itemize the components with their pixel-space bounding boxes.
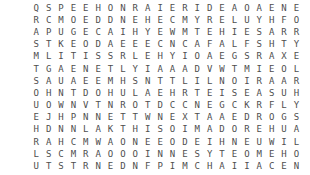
grid-cell-r10c2[interactable]: J bbox=[42, 112, 54, 124]
grid-cell-r11c9[interactable]: H bbox=[129, 124, 141, 136]
grid-cell-r3c22[interactable]: R bbox=[290, 26, 302, 38]
grid-cell-r11c16[interactable]: D bbox=[216, 124, 228, 136]
grid-cell-r9c21[interactable]: L bbox=[278, 100, 290, 112]
grid-cell-r11c13[interactable]: I bbox=[179, 124, 191, 136]
grid-cell-r8c3[interactable]: N bbox=[55, 87, 67, 99]
grid-cell-r1c18[interactable]: O bbox=[241, 2, 253, 14]
grid-cell-r9c5[interactable]: V bbox=[80, 100, 92, 112]
grid-cell-r7c17[interactable]: O bbox=[228, 75, 240, 87]
grid-cell-r12c1[interactable]: R bbox=[30, 136, 42, 148]
grid-cell-r12c17[interactable]: N bbox=[228, 136, 240, 148]
grid-cell-r10c11[interactable]: N bbox=[154, 112, 166, 124]
grid-cell-r2c2[interactable]: C bbox=[42, 14, 54, 26]
grid-cell-r12c20[interactable]: W bbox=[265, 136, 277, 148]
grid-cell-r12c9[interactable]: N bbox=[129, 136, 141, 148]
grid-cell-r1c10[interactable]: A bbox=[142, 2, 154, 14]
grid-cell-r10c12[interactable]: E bbox=[166, 112, 178, 124]
grid-cell-r5c8[interactable]: R bbox=[117, 51, 129, 63]
grid-cell-r1c17[interactable]: A bbox=[228, 2, 240, 14]
grid-cell-r11c8[interactable]: T bbox=[117, 124, 129, 136]
grid-cell-r3c5[interactable]: E bbox=[80, 26, 92, 38]
grid-cell-r4c10[interactable]: E bbox=[142, 39, 154, 51]
grid-cell-r6c18[interactable]: M bbox=[241, 63, 253, 75]
grid-cell-r3c10[interactable]: Y bbox=[142, 26, 154, 38]
grid-cell-r2c14[interactable]: Y bbox=[191, 14, 203, 26]
grid-cell-r10c1[interactable]: E bbox=[30, 112, 42, 124]
grid-cell-r8c9[interactable]: L bbox=[129, 87, 141, 99]
grid-cell-r7c7[interactable]: M bbox=[104, 75, 116, 87]
grid-cell-r8c20[interactable]: S bbox=[265, 87, 277, 99]
grid-cell-r5c6[interactable]: S bbox=[92, 51, 104, 63]
grid-cell-r1c16[interactable]: E bbox=[216, 2, 228, 14]
grid-cell-r14c22[interactable]: N bbox=[290, 160, 302, 172]
grid-cell-r2c22[interactable]: O bbox=[290, 14, 302, 26]
grid-cell-r2c18[interactable]: U bbox=[241, 14, 253, 26]
grid-cell-r7c21[interactable]: A bbox=[278, 75, 290, 87]
grid-cell-r4c17[interactable]: L bbox=[228, 39, 240, 51]
grid-cell-r6c9[interactable]: Y bbox=[129, 63, 141, 75]
grid-cell-r4c1[interactable]: S bbox=[30, 39, 42, 51]
grid-cell-r13c5[interactable]: R bbox=[80, 148, 92, 160]
grid-cell-r7c12[interactable]: T bbox=[166, 75, 178, 87]
grid-cell-r13c10[interactable]: I bbox=[142, 148, 154, 160]
grid-cell-r12c22[interactable]: L bbox=[290, 136, 302, 148]
grid-cell-r2c6[interactable]: D bbox=[92, 14, 104, 26]
grid-cell-r11c17[interactable]: O bbox=[228, 124, 240, 136]
grid-cell-r13c1[interactable]: L bbox=[30, 148, 42, 160]
grid-cell-r8c22[interactable]: H bbox=[290, 87, 302, 99]
grid-cell-r7c1[interactable]: S bbox=[30, 75, 42, 87]
grid-cell-r5c19[interactable]: R bbox=[253, 51, 265, 63]
grid-cell-r10c10[interactable]: W bbox=[142, 112, 154, 124]
grid-cell-r13c17[interactable]: E bbox=[228, 148, 240, 160]
grid-cell-r14c12[interactable]: I bbox=[166, 160, 178, 172]
grid-cell-r5c20[interactable]: A bbox=[265, 51, 277, 63]
grid-cell-r7c11[interactable]: T bbox=[154, 75, 166, 87]
grid-cell-r9c15[interactable]: E bbox=[203, 100, 215, 112]
grid-cell-r14c13[interactable]: M bbox=[179, 160, 191, 172]
grid-cell-r12c15[interactable]: I bbox=[203, 136, 215, 148]
grid-cell-r1c9[interactable]: R bbox=[129, 2, 141, 14]
grid-cell-r2c7[interactable]: D bbox=[104, 14, 116, 26]
grid-cell-r9c9[interactable]: O bbox=[129, 100, 141, 112]
grid-cell-r3c6[interactable]: C bbox=[92, 26, 104, 38]
grid-cell-r4c22[interactable]: Y bbox=[290, 39, 302, 51]
grid-cell-r5c3[interactable]: I bbox=[55, 51, 67, 63]
grid-cell-r11c7[interactable]: K bbox=[104, 124, 116, 136]
grid-cell-r11c6[interactable]: A bbox=[92, 124, 104, 136]
grid-cell-r4c3[interactable]: K bbox=[55, 39, 67, 51]
grid-cell-r5c12[interactable]: Y bbox=[166, 51, 178, 63]
grid-cell-r3c8[interactable]: I bbox=[117, 26, 129, 38]
grid-cell-r5c17[interactable]: G bbox=[228, 51, 240, 63]
grid-cell-r3c3[interactable]: U bbox=[55, 26, 67, 38]
grid-cell-r11c18[interactable]: R bbox=[241, 124, 253, 136]
grid-cell-r9c18[interactable]: K bbox=[241, 100, 253, 112]
grid-cell-r8c18[interactable]: E bbox=[241, 87, 253, 99]
grid-cell-r1c20[interactable]: E bbox=[265, 2, 277, 14]
grid-cell-r1c12[interactable]: E bbox=[166, 2, 178, 14]
grid-cell-r2c16[interactable]: E bbox=[216, 14, 228, 26]
grid-cell-r12c13[interactable]: D bbox=[179, 136, 191, 148]
grid-cell-r9c17[interactable]: C bbox=[228, 100, 240, 112]
grid-cell-r11c22[interactable]: A bbox=[290, 124, 302, 136]
grid-cell-r7c18[interactable]: I bbox=[241, 75, 253, 87]
grid-cell-r14c17[interactable]: I bbox=[228, 160, 240, 172]
grid-cell-r7c5[interactable]: E bbox=[80, 75, 92, 87]
grid-cell-r6c12[interactable]: A bbox=[166, 63, 178, 75]
grid-cell-r3c11[interactable]: E bbox=[154, 26, 166, 38]
grid-cell-r11c19[interactable]: E bbox=[253, 124, 265, 136]
grid-cell-r14c4[interactable]: T bbox=[67, 160, 79, 172]
grid-cell-r4c20[interactable]: H bbox=[265, 39, 277, 51]
grid-cell-r10c6[interactable]: N bbox=[92, 112, 104, 124]
grid-cell-r12c21[interactable]: I bbox=[278, 136, 290, 148]
grid-cell-r13c16[interactable]: T bbox=[216, 148, 228, 160]
grid-cell-r13c18[interactable]: O bbox=[241, 148, 253, 160]
grid-cell-r14c19[interactable]: A bbox=[253, 160, 265, 172]
grid-cell-r8c16[interactable]: I bbox=[216, 87, 228, 99]
grid-cell-r6c21[interactable]: O bbox=[278, 63, 290, 75]
grid-cell-r1c11[interactable]: I bbox=[154, 2, 166, 14]
grid-cell-r14c3[interactable]: S bbox=[55, 160, 67, 172]
grid-cell-r14c8[interactable]: D bbox=[117, 160, 129, 172]
grid-cell-r14c7[interactable]: E bbox=[104, 160, 116, 172]
grid-cell-r6c4[interactable]: E bbox=[67, 63, 79, 75]
grid-cell-r10c4[interactable]: P bbox=[67, 112, 79, 124]
grid-cell-r11c12[interactable]: O bbox=[166, 124, 178, 136]
grid-cell-r1c22[interactable]: E bbox=[290, 2, 302, 14]
grid-cell-r6c15[interactable]: V bbox=[203, 63, 215, 75]
grid-cell-r13c4[interactable]: M bbox=[67, 148, 79, 160]
grid-cell-r14c20[interactable]: C bbox=[265, 160, 277, 172]
grid-cell-r5c5[interactable]: I bbox=[80, 51, 92, 63]
grid-cell-r3c16[interactable]: H bbox=[216, 26, 228, 38]
grid-cell-r10c14[interactable]: T bbox=[191, 112, 203, 124]
grid-cell-r1c15[interactable]: D bbox=[203, 2, 215, 14]
grid-cell-r1c8[interactable]: N bbox=[117, 2, 129, 14]
grid-cell-r2c8[interactable]: N bbox=[117, 14, 129, 26]
grid-cell-r9c13[interactable]: C bbox=[179, 100, 191, 112]
grid-cell-r3c4[interactable]: G bbox=[67, 26, 79, 38]
grid-cell-r12c3[interactable]: H bbox=[55, 136, 67, 148]
grid-cell-r9c11[interactable]: D bbox=[154, 100, 166, 112]
grid-cell-r1c13[interactable]: R bbox=[179, 2, 191, 14]
grid-cell-r5c21[interactable]: X bbox=[278, 51, 290, 63]
grid-cell-r2c21[interactable]: F bbox=[278, 14, 290, 26]
grid-cell-r10c5[interactable]: N bbox=[80, 112, 92, 124]
grid-cell-r6c16[interactable]: W bbox=[216, 63, 228, 75]
grid-cell-r8c12[interactable]: H bbox=[166, 87, 178, 99]
grid-cell-r9c22[interactable]: Y bbox=[290, 100, 302, 112]
grid-cell-r13c2[interactable]: S bbox=[42, 148, 54, 160]
grid-cell-r9c16[interactable]: G bbox=[216, 100, 228, 112]
grid-cell-r3c15[interactable]: E bbox=[203, 26, 215, 38]
grid-cell-r2c15[interactable]: R bbox=[203, 14, 215, 26]
grid-cell-r3c9[interactable]: H bbox=[129, 26, 141, 38]
grid-cell-r8c19[interactable]: A bbox=[253, 87, 265, 99]
grid-cell-r1c5[interactable]: E bbox=[80, 2, 92, 14]
grid-cell-r4c12[interactable]: N bbox=[166, 39, 178, 51]
grid-cell-r8c6[interactable]: O bbox=[92, 87, 104, 99]
grid-cell-r1c2[interactable]: S bbox=[42, 2, 54, 14]
grid-cell-r9c14[interactable]: N bbox=[191, 100, 203, 112]
grid-cell-r3c1[interactable]: A bbox=[30, 26, 42, 38]
grid-cell-r1c14[interactable]: I bbox=[191, 2, 203, 14]
grid-cell-r11c4[interactable]: N bbox=[67, 124, 79, 136]
grid-cell-r2c5[interactable]: E bbox=[80, 14, 92, 26]
grid-cell-r12c2[interactable]: A bbox=[42, 136, 54, 148]
grid-cell-r4c11[interactable]: C bbox=[154, 39, 166, 51]
grid-cell-r13c7[interactable]: O bbox=[104, 148, 116, 160]
grid-cell-r13c14[interactable]: S bbox=[191, 148, 203, 160]
grid-cell-r9c10[interactable]: T bbox=[142, 100, 154, 112]
grid-cell-r1c19[interactable]: A bbox=[253, 2, 265, 14]
grid-cell-r13c6[interactable]: A bbox=[92, 148, 104, 160]
grid-cell-r7c16[interactable]: N bbox=[216, 75, 228, 87]
grid-cell-r5c2[interactable]: L bbox=[42, 51, 54, 63]
grid-cell-r6c20[interactable]: E bbox=[265, 63, 277, 75]
grid-cell-r8c4[interactable]: T bbox=[67, 87, 79, 99]
grid-cell-r12c19[interactable]: U bbox=[253, 136, 265, 148]
grid-cell-r3c19[interactable]: S bbox=[253, 26, 265, 38]
grid-cell-r4c15[interactable]: F bbox=[203, 39, 215, 51]
grid-cell-r4c14[interactable]: A bbox=[191, 39, 203, 51]
grid-cell-r12c18[interactable]: E bbox=[241, 136, 253, 148]
grid-cell-r3c18[interactable]: E bbox=[241, 26, 253, 38]
grid-cell-r12c7[interactable]: A bbox=[104, 136, 116, 148]
grid-cell-r2c1[interactable]: R bbox=[30, 14, 42, 26]
grid-cell-r7c14[interactable]: I bbox=[191, 75, 203, 87]
grid-cell-r13c20[interactable]: E bbox=[265, 148, 277, 160]
grid-cell-r13c8[interactable]: O bbox=[117, 148, 129, 160]
grid-cell-r10c8[interactable]: T bbox=[117, 112, 129, 124]
grid-cell-r7c6[interactable]: E bbox=[92, 75, 104, 87]
grid-cell-r12c12[interactable]: O bbox=[166, 136, 178, 148]
grid-cell-r2c13[interactable]: M bbox=[179, 14, 191, 26]
grid-cell-r8c2[interactable]: H bbox=[42, 87, 54, 99]
grid-cell-r6c11[interactable]: A bbox=[154, 63, 166, 75]
grid-cell-r7c4[interactable]: A bbox=[67, 75, 79, 87]
grid-cell-r3c14[interactable]: T bbox=[191, 26, 203, 38]
grid-cell-r13c9[interactable]: O bbox=[129, 148, 141, 160]
grid-cell-r3c7[interactable]: A bbox=[104, 26, 116, 38]
grid-cell-r2c12[interactable]: C bbox=[166, 14, 178, 26]
grid-cell-r11c20[interactable]: H bbox=[265, 124, 277, 136]
grid-cell-r8c14[interactable]: T bbox=[191, 87, 203, 99]
grid-cell-r10c16[interactable]: A bbox=[216, 112, 228, 124]
grid-cell-r9c3[interactable]: W bbox=[55, 100, 67, 112]
grid-cell-r7c2[interactable]: A bbox=[42, 75, 54, 87]
grid-cell-r7c8[interactable]: H bbox=[117, 75, 129, 87]
grid-cell-r13c21[interactable]: H bbox=[278, 148, 290, 160]
grid-cell-r2c9[interactable]: E bbox=[129, 14, 141, 26]
grid-cell-r10c18[interactable]: D bbox=[241, 112, 253, 124]
grid-cell-r12c16[interactable]: H bbox=[216, 136, 228, 148]
grid-cell-r13c13[interactable]: E bbox=[179, 148, 191, 160]
grid-cell-r8c13[interactable]: R bbox=[179, 87, 191, 99]
grid-cell-r6c5[interactable]: N bbox=[80, 63, 92, 75]
grid-cell-r10c9[interactable]: T bbox=[129, 112, 141, 124]
grid-cell-r2c10[interactable]: H bbox=[142, 14, 154, 26]
grid-cell-r9c4[interactable]: N bbox=[67, 100, 79, 112]
grid-cell-r2c17[interactable]: L bbox=[228, 14, 240, 26]
grid-cell-r11c21[interactable]: U bbox=[278, 124, 290, 136]
grid-cell-r11c15[interactable]: A bbox=[203, 124, 215, 136]
grid-cell-r5c13[interactable]: I bbox=[179, 51, 191, 63]
grid-cell-r14c16[interactable]: A bbox=[216, 160, 228, 172]
grid-cell-r8c10[interactable]: A bbox=[142, 87, 154, 99]
grid-cell-r3c20[interactable]: A bbox=[265, 26, 277, 38]
grid-cell-r8c5[interactable]: D bbox=[80, 87, 92, 99]
grid-cell-r10c17[interactable]: E bbox=[228, 112, 240, 124]
grid-cell-r10c15[interactable]: A bbox=[203, 112, 215, 124]
grid-cell-r9c7[interactable]: N bbox=[104, 100, 116, 112]
grid-cell-r12c4[interactable]: C bbox=[67, 136, 79, 148]
grid-cell-r8c17[interactable]: S bbox=[228, 87, 240, 99]
grid-cell-r14c6[interactable]: N bbox=[92, 160, 104, 172]
grid-cell-r12c11[interactable]: E bbox=[154, 136, 166, 148]
grid-cell-r5c15[interactable]: A bbox=[203, 51, 215, 63]
grid-cell-r12c8[interactable]: O bbox=[117, 136, 129, 148]
grid-cell-r1c6[interactable]: H bbox=[92, 2, 104, 14]
grid-cell-r5c7[interactable]: S bbox=[104, 51, 116, 63]
grid-cell-r1c1[interactable]: Q bbox=[30, 2, 42, 14]
grid-cell-r4c8[interactable]: E bbox=[117, 39, 129, 51]
grid-cell-r6c2[interactable]: G bbox=[42, 63, 54, 75]
grid-cell-r1c4[interactable]: E bbox=[67, 2, 79, 14]
grid-cell-r6c14[interactable]: D bbox=[191, 63, 203, 75]
grid-cell-r12c10[interactable]: E bbox=[142, 136, 154, 148]
grid-cell-r10c21[interactable]: G bbox=[278, 112, 290, 124]
grid-cell-r7c3[interactable]: U bbox=[55, 75, 67, 87]
grid-cell-r9c8[interactable]: R bbox=[117, 100, 129, 112]
grid-cell-r11c5[interactable]: L bbox=[80, 124, 92, 136]
grid-cell-r14c2[interactable]: T bbox=[42, 160, 54, 172]
grid-cell-r7c20[interactable]: A bbox=[265, 75, 277, 87]
grid-cell-r6c17[interactable]: T bbox=[228, 63, 240, 75]
grid-cell-r8c15[interactable]: E bbox=[203, 87, 215, 99]
grid-cell-r14c1[interactable]: U bbox=[30, 160, 42, 172]
grid-cell-r2c11[interactable]: E bbox=[154, 14, 166, 26]
grid-cell-r7c15[interactable]: L bbox=[203, 75, 215, 87]
grid-cell-r7c9[interactable]: S bbox=[129, 75, 141, 87]
grid-cell-r7c10[interactable]: N bbox=[142, 75, 154, 87]
grid-cell-r10c22[interactable]: S bbox=[290, 112, 302, 124]
grid-cell-r1c7[interactable]: O bbox=[104, 2, 116, 14]
grid-cell-r9c1[interactable]: U bbox=[30, 100, 42, 112]
grid-cell-r11c3[interactable]: N bbox=[55, 124, 67, 136]
grid-cell-r12c5[interactable]: M bbox=[80, 136, 92, 148]
grid-cell-r4c18[interactable]: F bbox=[241, 39, 253, 51]
grid-cell-r6c1[interactable]: T bbox=[30, 63, 42, 75]
grid-cell-r1c3[interactable]: P bbox=[55, 2, 67, 14]
grid-cell-r6c13[interactable]: A bbox=[179, 63, 191, 75]
grid-cell-r4c7[interactable]: A bbox=[104, 39, 116, 51]
grid-cell-r4c21[interactable]: T bbox=[278, 39, 290, 51]
grid-cell-r3c12[interactable]: W bbox=[166, 26, 178, 38]
grid-cell-r14c14[interactable]: C bbox=[191, 160, 203, 172]
grid-cell-r11c14[interactable]: M bbox=[191, 124, 203, 136]
grid-cell-r14c11[interactable]: P bbox=[154, 160, 166, 172]
grid-cell-r3c17[interactable]: I bbox=[228, 26, 240, 38]
grid-cell-r12c14[interactable]: E bbox=[191, 136, 203, 148]
grid-cell-r5c4[interactable]: T bbox=[67, 51, 79, 63]
grid-cell-r14c10[interactable]: F bbox=[142, 160, 154, 172]
grid-cell-r4c2[interactable]: T bbox=[42, 39, 54, 51]
grid-cell-r4c16[interactable]: A bbox=[216, 39, 228, 51]
grid-cell-r2c20[interactable]: H bbox=[265, 14, 277, 26]
grid-cell-r4c5[interactable]: O bbox=[80, 39, 92, 51]
grid-cell-r6c10[interactable]: I bbox=[142, 63, 154, 75]
grid-cell-r14c5[interactable]: R bbox=[80, 160, 92, 172]
grid-cell-r4c6[interactable]: D bbox=[92, 39, 104, 51]
grid-cell-r4c9[interactable]: E bbox=[129, 39, 141, 51]
grid-cell-r14c21[interactable]: E bbox=[278, 160, 290, 172]
grid-cell-r9c2[interactable]: O bbox=[42, 100, 54, 112]
grid-cell-r5c1[interactable]: M bbox=[30, 51, 42, 63]
grid-cell-r3c2[interactable]: P bbox=[42, 26, 54, 38]
grid-cell-r9c6[interactable]: T bbox=[92, 100, 104, 112]
grid-cell-r10c7[interactable]: E bbox=[104, 112, 116, 124]
grid-cell-r3c21[interactable]: R bbox=[278, 26, 290, 38]
grid-cell-r4c4[interactable]: E bbox=[67, 39, 79, 51]
grid-cell-r4c19[interactable]: S bbox=[253, 39, 265, 51]
grid-cell-r7c22[interactable]: R bbox=[290, 75, 302, 87]
grid-cell-r4c13[interactable]: C bbox=[179, 39, 191, 51]
grid-cell-r10c3[interactable]: H bbox=[55, 112, 67, 124]
grid-cell-r7c13[interactable]: L bbox=[179, 75, 191, 87]
grid-cell-r8c7[interactable]: H bbox=[104, 87, 116, 99]
grid-cell-r14c9[interactable]: N bbox=[129, 160, 141, 172]
grid-cell-r13c12[interactable]: N bbox=[166, 148, 178, 160]
grid-cell-r10c13[interactable]: X bbox=[179, 112, 191, 124]
grid-cell-r13c11[interactable]: N bbox=[154, 148, 166, 160]
grid-cell-r2c3[interactable]: M bbox=[55, 14, 67, 26]
grid-cell-r10c19[interactable]: R bbox=[253, 112, 265, 124]
grid-cell-r9c19[interactable]: R bbox=[253, 100, 265, 112]
grid-cell-r6c19[interactable]: I bbox=[253, 63, 265, 75]
grid-cell-r13c3[interactable]: C bbox=[55, 148, 67, 160]
grid-cell-r11c11[interactable]: S bbox=[154, 124, 166, 136]
grid-cell-r11c1[interactable]: H bbox=[30, 124, 42, 136]
grid-cell-r9c20[interactable]: F bbox=[265, 100, 277, 112]
grid-cell-r14c18[interactable]: I bbox=[241, 160, 253, 172]
grid-cell-r11c10[interactable]: I bbox=[142, 124, 154, 136]
grid-cell-r10c20[interactable]: O bbox=[265, 112, 277, 124]
grid-cell-r5c10[interactable]: E bbox=[142, 51, 154, 63]
grid-cell-r8c8[interactable]: U bbox=[117, 87, 129, 99]
grid-cell-r12c6[interactable]: W bbox=[92, 136, 104, 148]
grid-cell-r13c22[interactable]: O bbox=[290, 148, 302, 160]
grid-cell-r14c15[interactable]: H bbox=[203, 160, 215, 172]
grid-cell-r5c9[interactable]: L bbox=[129, 51, 141, 63]
grid-cell-r5c22[interactable]: E bbox=[290, 51, 302, 63]
grid-cell-r13c15[interactable]: Y bbox=[203, 148, 215, 160]
grid-cell-r5c14[interactable]: O bbox=[191, 51, 203, 63]
grid-cell-r8c1[interactable]: O bbox=[30, 87, 42, 99]
grid-cell-r6c6[interactable]: E bbox=[92, 63, 104, 75]
grid-cell-r6c8[interactable]: L bbox=[117, 63, 129, 75]
grid-cell-r13c19[interactable]: M bbox=[253, 148, 265, 160]
grid-cell-r6c7[interactable]: T bbox=[104, 63, 116, 75]
grid-cell-r2c4[interactable]: O bbox=[67, 14, 79, 26]
grid-cell-r2c19[interactable]: Y bbox=[253, 14, 265, 26]
grid-cell-r8c11[interactable]: E bbox=[154, 87, 166, 99]
grid-cell-r6c22[interactable]: L bbox=[290, 63, 302, 75]
grid-cell-r11c2[interactable]: D bbox=[42, 124, 54, 136]
grid-cell-r9c12[interactable]: C bbox=[166, 100, 178, 112]
